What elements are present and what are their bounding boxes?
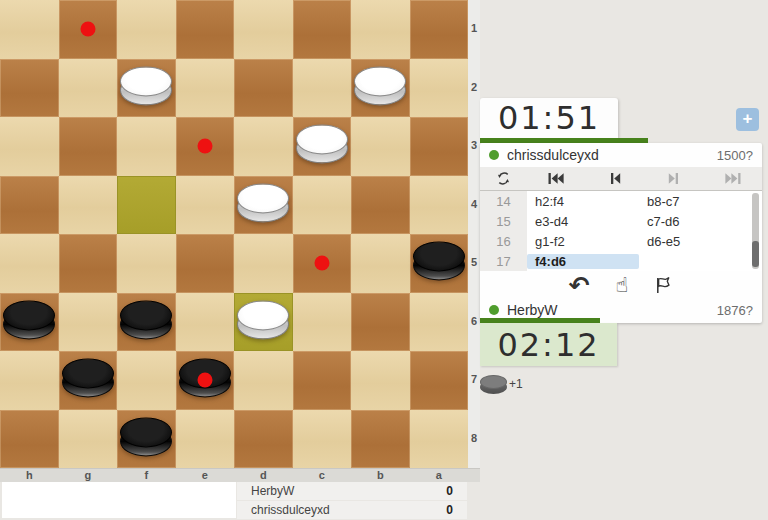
move-row-16: 16g1-f2d6-e5 [480, 231, 762, 251]
square-h3[interactable] [0, 117, 59, 176]
square-h4[interactable] [0, 176, 59, 235]
move-row-17: 17f4:d6 [480, 251, 762, 271]
square-f3[interactable] [117, 117, 176, 176]
square-c3[interactable] [293, 117, 352, 176]
score-value: 0 [446, 503, 453, 517]
rank-label-3: 3 [468, 139, 480, 151]
square-f8[interactable] [117, 410, 176, 469]
checkers-board[interactable] [0, 0, 468, 468]
square-b3[interactable] [351, 117, 410, 176]
square-b4[interactable] [351, 176, 410, 235]
square-c1[interactable] [293, 0, 352, 59]
square-a8[interactable] [410, 410, 469, 469]
red-dot-marker-c5 [314, 256, 329, 271]
white-checker-d4[interactable] [237, 183, 289, 223]
top-player-clock: 01:51 [480, 98, 618, 138]
bottom-player-clock-active: 02:12 [480, 323, 617, 366]
rank-label-8: 8 [468, 432, 480, 444]
checkers-game-screen: 12345678 hgfedcba HerbyW0chrissdulceyxd0… [0, 0, 768, 520]
file-label-a: a [410, 469, 469, 482]
black-checker-f6[interactable] [120, 300, 172, 340]
square-e2[interactable] [176, 59, 235, 118]
square-e5[interactable] [176, 234, 235, 293]
square-e6[interactable] [176, 293, 235, 352]
game-info-card: chrissdulceyxd 1500? 14h2:f4b8-c715e3-d4… [480, 143, 762, 323]
square-a3[interactable] [410, 117, 469, 176]
square-e1[interactable] [176, 0, 235, 59]
square-d2[interactable] [234, 59, 293, 118]
square-f7[interactable] [117, 351, 176, 410]
square-b8[interactable] [351, 410, 410, 469]
online-status-icon [489, 305, 499, 315]
last-move-icon[interactable] [703, 172, 762, 185]
score-row: HerbyW0 [237, 482, 467, 500]
online-status-icon [489, 150, 499, 160]
square-c4[interactable] [293, 176, 352, 235]
white-checker-b2[interactable] [354, 66, 406, 106]
square-e8[interactable] [176, 410, 235, 469]
file-coordinates: hgfedcba [0, 468, 480, 482]
file-label-f: f [117, 469, 176, 482]
move-list[interactable]: 14h2:f4b8-c715e3-d4c7-d616g1-f2d6-e517f4… [480, 191, 762, 271]
square-b6[interactable] [351, 293, 410, 352]
file-label-e: e [176, 469, 235, 482]
white-checker-d6[interactable] [237, 300, 289, 340]
score-player-name: HerbyW [251, 484, 294, 498]
top-player-row: chrissdulceyxd 1500? [480, 143, 762, 167]
draw-offer-hand-icon[interactable]: ☝ [616, 274, 629, 296]
square-h2[interactable] [0, 59, 59, 118]
square-c8[interactable] [293, 410, 352, 469]
move-number: 14 [480, 194, 527, 209]
square-g1[interactable] [59, 0, 118, 59]
score-player-name: chrissdulceyxd [251, 503, 330, 517]
first-move-icon[interactable] [527, 172, 586, 185]
flip-board-icon[interactable] [480, 171, 527, 186]
white-move[interactable]: g1-f2 [527, 234, 639, 249]
square-a1[interactable] [410, 0, 469, 59]
game-action-buttons: ↶ ☝ [480, 271, 762, 299]
top-player-rating: 1500? [717, 148, 753, 163]
rank-label-5: 5 [468, 256, 480, 268]
move-list-scrollbar[interactable] [752, 193, 759, 269]
black-checker-f8[interactable] [120, 417, 172, 457]
file-label-h: h [0, 469, 59, 482]
black-checker-a5[interactable] [413, 242, 465, 282]
square-a5[interactable] [410, 234, 469, 293]
square-b1[interactable] [351, 0, 410, 59]
move-number: 15 [480, 214, 527, 229]
rank-label-7: 7 [468, 373, 480, 385]
square-f2[interactable] [117, 59, 176, 118]
bottom-clock-time: 02:12 [497, 326, 599, 364]
move-row-15: 15e3-d4c7-d6 [480, 211, 762, 231]
rank-label-1: 1 [468, 22, 480, 34]
square-f1[interactable] [117, 0, 176, 59]
square-a7[interactable] [410, 351, 469, 410]
chat-box[interactable] [2, 482, 236, 518]
bottom-player-rating: 1876? [717, 303, 753, 318]
material-advantage-count: +1 [509, 377, 523, 391]
score-table: HerbyW0chrissdulceyxd0 [237, 482, 467, 519]
rank-coordinates: 12345678 [468, 0, 480, 468]
white-checker-c3[interactable] [296, 125, 348, 165]
square-h7[interactable] [0, 351, 59, 410]
square-d3[interactable] [234, 117, 293, 176]
move-navigation-bar [480, 167, 762, 191]
next-move-icon[interactable] [645, 172, 704, 185]
top-clock-time: 01:51 [498, 99, 600, 137]
square-d5[interactable] [234, 234, 293, 293]
resign-flag-icon[interactable] [654, 276, 673, 295]
square-b2[interactable] [351, 59, 410, 118]
white-checker-f2[interactable] [120, 66, 172, 106]
takeback-icon[interactable]: ↶ [569, 274, 590, 296]
square-g7[interactable] [59, 351, 118, 410]
square-c6[interactable] [293, 293, 352, 352]
square-a2[interactable] [410, 59, 469, 118]
square-c7[interactable] [293, 351, 352, 410]
square-a6[interactable] [410, 293, 469, 352]
square-g3[interactable] [59, 117, 118, 176]
rank-label-6: 6 [468, 315, 480, 327]
square-g4[interactable] [59, 176, 118, 235]
square-c2[interactable] [293, 59, 352, 118]
black-checker-h6[interactable] [3, 300, 55, 340]
square-b7[interactable] [351, 351, 410, 410]
white-move[interactable]: f4:d6 [527, 254, 639, 269]
square-d1[interactable] [234, 0, 293, 59]
square-f4[interactable] [117, 176, 176, 235]
material-advantage: +1 [480, 374, 523, 394]
file-label-g: g [59, 469, 118, 482]
square-f5[interactable] [117, 234, 176, 293]
square-d7[interactable] [234, 351, 293, 410]
square-g8[interactable] [59, 410, 118, 469]
square-g5[interactable] [59, 234, 118, 293]
red-dot-marker-e3 [197, 139, 212, 154]
red-dot-marker-e7 [197, 373, 212, 388]
square-d6[interactable] [234, 293, 293, 352]
file-label-b: b [351, 469, 410, 482]
side-panel: 01:51 + chrissdulceyxd 1500? 14h2:f4b8-c… [480, 0, 768, 520]
white-move[interactable]: e3-d4 [527, 214, 639, 229]
red-dot-marker-g1 [80, 22, 95, 37]
file-label-c: c [293, 469, 352, 482]
square-f6[interactable] [117, 293, 176, 352]
move-number: 16 [480, 234, 527, 249]
square-d8[interactable] [234, 410, 293, 469]
score-value: 0 [446, 484, 453, 498]
scrollbar-thumb[interactable] [752, 241, 759, 267]
bottom-player-name: HerbyW [507, 302, 717, 318]
square-a4[interactable] [410, 176, 469, 235]
file-label-d: d [234, 469, 293, 482]
square-d4[interactable] [234, 176, 293, 235]
add-time-button[interactable]: + [736, 108, 759, 131]
square-g2[interactable] [59, 59, 118, 118]
square-b5[interactable] [351, 234, 410, 293]
square-h1[interactable] [0, 0, 59, 59]
score-row: chrissdulceyxd0 [237, 501, 467, 519]
square-e4[interactable] [176, 176, 235, 235]
previous-move-icon[interactable] [586, 172, 645, 185]
move-row-14: 14h2:f4b8-c7 [480, 191, 762, 211]
square-e3[interactable] [176, 117, 235, 176]
black-move[interactable]: c7-d6 [639, 214, 751, 229]
top-player-name: chrissdulceyxd [507, 147, 717, 163]
square-g6[interactable] [59, 293, 118, 352]
square-c5[interactable] [293, 234, 352, 293]
move-number: 17 [480, 254, 527, 269]
square-h8[interactable] [0, 410, 59, 469]
rank-label-4: 4 [468, 198, 480, 210]
black-move[interactable]: d6-e5 [639, 234, 751, 249]
white-move[interactable]: h2:f4 [527, 194, 639, 209]
rank-label-2: 2 [468, 81, 480, 93]
captured-piece-icon [480, 375, 507, 394]
black-checker-g7[interactable] [62, 359, 114, 399]
square-h5[interactable] [0, 234, 59, 293]
black-move[interactable]: b8-c7 [639, 194, 751, 209]
square-h6[interactable] [0, 293, 59, 352]
square-e7[interactable] [176, 351, 235, 410]
